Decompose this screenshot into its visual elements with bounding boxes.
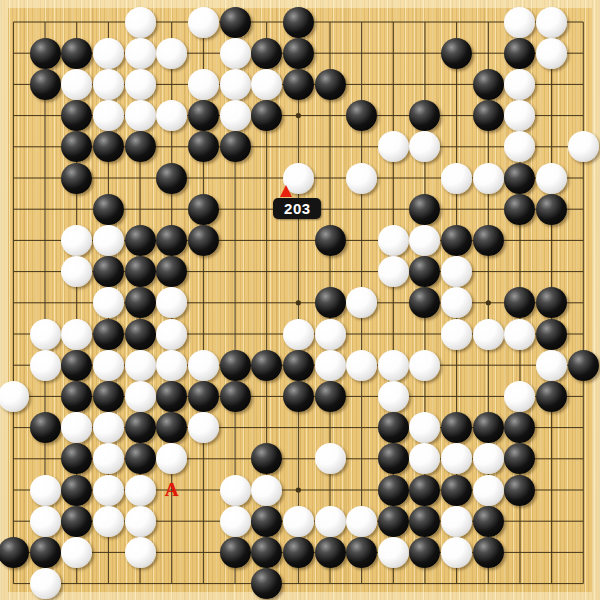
stone-white[interactable] [220,100,251,131]
stone-black[interactable] [504,163,535,194]
stone-black[interactable] [473,537,504,568]
stone-black[interactable] [30,69,61,100]
stone-black[interactable] [283,350,314,381]
stone-black[interactable] [0,537,29,568]
stone-white[interactable] [378,256,409,287]
stone-black[interactable] [93,319,124,350]
stone-white[interactable] [156,319,187,350]
stone-white[interactable] [315,319,346,350]
stone-black[interactable] [125,287,156,318]
stone-black[interactable] [251,537,282,568]
stone-black[interactable] [378,475,409,506]
stone-white[interactable] [473,443,504,474]
stone-white[interactable] [536,163,567,194]
stone-white[interactable] [30,319,61,350]
stone-white[interactable] [188,7,219,38]
stone-black[interactable] [93,256,124,287]
stone-white[interactable] [441,319,472,350]
stone-white[interactable] [125,69,156,100]
stone-white[interactable] [220,38,251,69]
stone-black[interactable] [409,194,440,225]
stone-white[interactable] [378,537,409,568]
stone-black[interactable] [315,381,346,412]
stone-black[interactable] [473,412,504,443]
stone-white[interactable] [441,537,472,568]
stone-black[interactable] [93,194,124,225]
stone-black[interactable] [504,194,535,225]
stone-white[interactable] [441,163,472,194]
stone-black[interactable] [378,443,409,474]
stone-white[interactable] [409,350,440,381]
stone-white[interactable] [220,506,251,537]
stone-black[interactable] [61,350,92,381]
stone-black[interactable] [30,537,61,568]
stone-black[interactable] [125,319,156,350]
stone-black[interactable] [536,194,567,225]
stone-white[interactable] [346,506,377,537]
stone-white[interactable] [220,475,251,506]
stone-black[interactable] [315,225,346,256]
stone-white[interactable] [93,475,124,506]
stone-white[interactable] [441,506,472,537]
stone-black[interactable] [441,225,472,256]
stone-black[interactable] [61,38,92,69]
stone-white[interactable] [188,350,219,381]
stone-black[interactable] [220,350,251,381]
stone-white[interactable] [283,506,314,537]
stone-black[interactable] [125,131,156,162]
stone-white[interactable] [283,319,314,350]
stone-white[interactable] [188,412,219,443]
stone-black[interactable] [283,537,314,568]
stone-white[interactable] [93,506,124,537]
stone-white[interactable] [473,163,504,194]
stone-white[interactable] [93,412,124,443]
stone-white[interactable] [125,350,156,381]
stone-white[interactable] [125,100,156,131]
stone-white[interactable] [125,381,156,412]
stone-white[interactable] [93,100,124,131]
stone-black[interactable] [156,225,187,256]
stone-white[interactable] [536,38,567,69]
stone-black[interactable] [283,7,314,38]
stone-black[interactable] [61,381,92,412]
stone-white[interactable] [156,350,187,381]
stone-black[interactable] [473,69,504,100]
stone-white[interactable] [504,319,535,350]
stone-black[interactable] [283,69,314,100]
stone-black[interactable] [378,506,409,537]
stone-white[interactable] [536,7,567,38]
stone-white[interactable] [378,381,409,412]
stone-white[interactable] [346,163,377,194]
stone-white[interactable] [30,568,61,599]
stone-black[interactable] [315,287,346,318]
stone-white[interactable] [30,350,61,381]
stone-black[interactable] [156,163,187,194]
stone-white[interactable] [378,350,409,381]
stone-white[interactable] [93,38,124,69]
stone-black[interactable] [188,381,219,412]
stone-black[interactable] [93,381,124,412]
stone-black[interactable] [409,475,440,506]
stone-black[interactable] [156,381,187,412]
stone-white[interactable] [61,225,92,256]
stone-white[interactable] [93,225,124,256]
stone-black[interactable] [125,443,156,474]
stone-white[interactable] [0,381,29,412]
stone-white[interactable] [504,7,535,38]
stone-black[interactable] [188,131,219,162]
stone-black[interactable] [536,381,567,412]
stone-white[interactable] [125,475,156,506]
stone-black[interactable] [125,225,156,256]
stone-black[interactable] [188,100,219,131]
stone-white[interactable] [315,506,346,537]
stone-black[interactable] [61,475,92,506]
stone-black[interactable] [504,475,535,506]
stone-black[interactable] [61,163,92,194]
stone-black[interactable] [441,475,472,506]
stone-black[interactable] [441,38,472,69]
stone-black[interactable] [125,256,156,287]
stone-white[interactable] [93,443,124,474]
stone-black[interactable] [315,537,346,568]
stone-black[interactable] [441,412,472,443]
stone-black[interactable] [536,319,567,350]
stone-white[interactable] [473,319,504,350]
stone-white[interactable] [125,506,156,537]
stone-black[interactable] [315,69,346,100]
stone-black[interactable] [188,194,219,225]
stone-black[interactable] [220,537,251,568]
go-board[interactable]: 203 A [0,0,600,600]
stone-white[interactable] [251,69,282,100]
stone-white[interactable] [125,38,156,69]
stone-white[interactable] [568,131,599,162]
stone-white[interactable] [30,506,61,537]
stone-black[interactable] [93,131,124,162]
stone-white[interactable] [125,7,156,38]
stone-white[interactable] [188,69,219,100]
stone-white[interactable] [251,475,282,506]
stone-black[interactable] [220,381,251,412]
stone-white[interactable] [156,38,187,69]
stone-white[interactable] [315,443,346,474]
stone-white[interactable] [473,475,504,506]
stone-black[interactable] [251,350,282,381]
stone-black[interactable] [409,506,440,537]
last-move-triangle-icon [280,185,292,197]
stone-black[interactable] [251,506,282,537]
stone-white[interactable] [378,131,409,162]
stone-black[interactable] [220,131,251,162]
stone-black[interactable] [188,225,219,256]
stone-black[interactable] [30,412,61,443]
stone-white[interactable] [536,350,567,381]
stone-black[interactable] [568,350,599,381]
stone-black[interactable] [473,225,504,256]
stone-white[interactable] [61,537,92,568]
stone-white[interactable] [61,69,92,100]
annotation-letter-a: A [160,478,184,502]
stone-white[interactable] [93,287,124,318]
stone-black[interactable] [346,537,377,568]
stone-black[interactable] [220,7,251,38]
move-number-badge: 203 [273,198,321,219]
stone-white[interactable] [378,225,409,256]
stone-black[interactable] [283,381,314,412]
stone-white[interactable] [93,69,124,100]
stone-white[interactable] [441,256,472,287]
stone-black[interactable] [473,100,504,131]
stone-white[interactable] [93,350,124,381]
stone-black[interactable] [125,412,156,443]
stone-black[interactable] [251,38,282,69]
stone-white[interactable] [315,350,346,381]
stone-white[interactable] [61,319,92,350]
stone-white[interactable] [346,350,377,381]
stone-white[interactable] [125,537,156,568]
stone-white[interactable] [30,475,61,506]
stone-white[interactable] [220,69,251,100]
stone-black[interactable] [283,38,314,69]
stone-black[interactable] [30,38,61,69]
stone-black[interactable] [504,38,535,69]
stone-black[interactable] [473,506,504,537]
stone-black[interactable] [61,506,92,537]
stone-black[interactable] [378,412,409,443]
